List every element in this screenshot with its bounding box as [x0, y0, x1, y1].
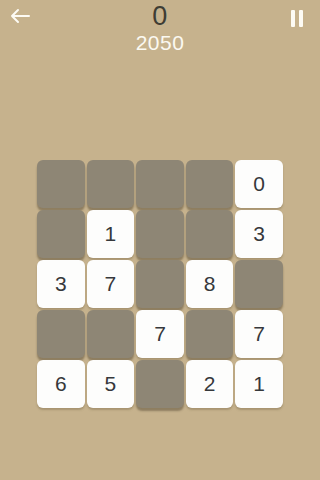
cell-r5c1[interactable]: 6: [37, 360, 85, 408]
cell-r4c5[interactable]: 7: [235, 310, 283, 358]
cell-r3c4[interactable]: 8: [186, 260, 234, 308]
cell-r1c2[interactable]: [87, 160, 135, 208]
cell-r2c5[interactable]: 3: [235, 210, 283, 258]
cell-r2c4[interactable]: [186, 210, 234, 258]
puzzle-board: 013378776521: [37, 160, 283, 408]
cell-r1c4[interactable]: [186, 160, 234, 208]
cell-r2c2[interactable]: 1: [87, 210, 135, 258]
top-bar: 0 2050: [0, 0, 320, 56]
cell-r3c3[interactable]: [136, 260, 184, 308]
cell-r1c5[interactable]: 0: [235, 160, 283, 208]
pause-icon: [299, 10, 303, 27]
cell-r2c3[interactable]: [136, 210, 184, 258]
cell-r4c2[interactable]: [87, 310, 135, 358]
pause-icon: [291, 10, 295, 27]
cell-r4c1[interactable]: [37, 310, 85, 358]
cell-r1c1[interactable]: [37, 160, 85, 208]
cell-r3c5[interactable]: [235, 260, 283, 308]
cell-r5c5[interactable]: 1: [235, 360, 283, 408]
cell-r5c3[interactable]: [136, 360, 184, 408]
cell-r2c1[interactable]: [37, 210, 85, 258]
timer-value: 2050: [0, 31, 320, 55]
pause-button[interactable]: [284, 6, 310, 30]
cell-r4c4[interactable]: [186, 310, 234, 358]
cell-r5c4[interactable]: 2: [186, 360, 234, 408]
cell-r5c2[interactable]: 5: [87, 360, 135, 408]
cell-r3c2[interactable]: 7: [87, 260, 135, 308]
cell-r1c3[interactable]: [136, 160, 184, 208]
cell-r3c1[interactable]: 3: [37, 260, 85, 308]
score-value: 0: [0, 1, 320, 32]
cell-r4c3[interactable]: 7: [136, 310, 184, 358]
